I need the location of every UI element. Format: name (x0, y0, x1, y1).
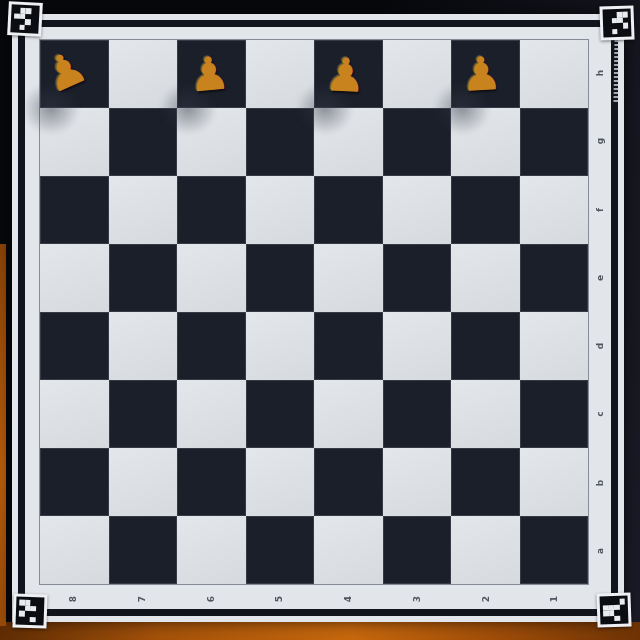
square-b6[interactable] (177, 448, 246, 516)
white-pawn[interactable]: ♟ (445, 38, 517, 109)
square-f8[interactable] (40, 176, 109, 244)
square-c5[interactable] (246, 380, 315, 448)
square-e5[interactable] (246, 244, 315, 312)
square-h7[interactable] (109, 40, 178, 108)
square-h2[interactable]: ♟ (451, 40, 520, 108)
square-c2[interactable] (451, 380, 520, 448)
square-a2[interactable] (451, 516, 520, 584)
square-f5[interactable] (246, 176, 315, 244)
square-b2[interactable] (451, 448, 520, 516)
square-h8[interactable]: ♟ (40, 40, 109, 108)
square-f6[interactable] (177, 176, 246, 244)
file-label-h: h (595, 70, 605, 76)
aruco-pixel (623, 28, 629, 34)
square-e6[interactable] (177, 244, 246, 312)
file-label-b: b (595, 479, 605, 485)
square-d7[interactable] (109, 312, 178, 380)
square-d2[interactable] (451, 312, 520, 380)
square-g1[interactable] (520, 108, 589, 176)
square-f4[interactable] (314, 176, 383, 244)
mat-black-border: ♟♟♟♟ hgfedcba 87654321 (18, 20, 618, 616)
square-d8[interactable] (40, 312, 109, 380)
aruco-marker-top-right (599, 5, 634, 40)
rank-labels: 87654321 (39, 591, 589, 607)
square-d6[interactable] (177, 312, 246, 380)
rank-label-5: 5 (275, 596, 285, 602)
square-a3[interactable] (383, 516, 452, 584)
square-d5[interactable] (246, 312, 315, 380)
square-h5[interactable] (246, 40, 315, 108)
square-d4[interactable] (314, 312, 383, 380)
file-label-f: f (595, 208, 605, 212)
square-e2[interactable] (451, 244, 520, 312)
square-c4[interactable] (314, 380, 383, 448)
square-c3[interactable] (383, 380, 452, 448)
square-c8[interactable] (40, 380, 109, 448)
table-surface-bottom (0, 622, 640, 640)
square-f3[interactable] (383, 176, 452, 244)
square-c6[interactable] (177, 380, 246, 448)
square-f7[interactable] (109, 176, 178, 244)
photo-background: { "game": "chess", "scene": "Overhead ca… (0, 0, 640, 640)
rank-label-4: 4 (343, 596, 353, 602)
rank-label-8: 8 (68, 596, 78, 602)
file-label-e: e (595, 275, 605, 281)
square-g7[interactable] (109, 108, 178, 176)
square-a8[interactable] (40, 516, 109, 584)
rank-label-2: 2 (481, 596, 491, 602)
square-c1[interactable] (520, 380, 589, 448)
square-h1[interactable] (520, 40, 589, 108)
rank-label-3: 3 (412, 596, 422, 602)
table-surface-left (0, 244, 6, 626)
square-a1[interactable] (520, 516, 589, 584)
square-g5[interactable] (246, 108, 315, 176)
square-b3[interactable] (383, 448, 452, 516)
file-label-c: c (595, 412, 605, 417)
square-a5[interactable] (246, 516, 315, 584)
square-e4[interactable] (314, 244, 383, 312)
aruco-pixel (35, 617, 41, 623)
square-h6[interactable]: ♟ (177, 40, 246, 108)
square-d3[interactable] (383, 312, 452, 380)
square-b5[interactable] (246, 448, 315, 516)
square-a6[interactable] (177, 516, 246, 584)
vinyl-chess-mat: ♟♟♟♟ hgfedcba 87654321 (12, 14, 624, 622)
square-h3[interactable] (383, 40, 452, 108)
rank-label-6: 6 (206, 596, 216, 602)
aruco-marker-bottom-left (12, 593, 47, 628)
white-pawn[interactable]: ♟ (309, 39, 381, 110)
square-g3[interactable] (383, 108, 452, 176)
square-f2[interactable] (451, 176, 520, 244)
board-grid: ♟♟♟♟ (39, 39, 589, 585)
square-g2[interactable] (451, 108, 520, 176)
square-d1[interactable] (520, 312, 589, 380)
file-label-a: a (595, 548, 605, 554)
aruco-pixel (30, 25, 36, 31)
file-labels: hgfedcba (592, 39, 608, 585)
file-label-g: g (595, 138, 605, 144)
square-f1[interactable] (520, 176, 589, 244)
square-e7[interactable] (109, 244, 178, 312)
square-c7[interactable] (109, 380, 178, 448)
square-b7[interactable] (109, 448, 178, 516)
aruco-marker-top-left (7, 1, 43, 37)
square-b1[interactable] (520, 448, 589, 516)
square-e3[interactable] (383, 244, 452, 312)
square-b8[interactable] (40, 448, 109, 516)
square-e1[interactable] (520, 244, 589, 312)
aruco-marker-bottom-right (596, 592, 631, 627)
square-a4[interactable] (314, 516, 383, 584)
aruco-pixel (620, 615, 626, 621)
file-label-d: d (595, 343, 605, 349)
square-e8[interactable] (40, 244, 109, 312)
white-pawn[interactable]: ♟ (172, 37, 246, 111)
rank-label-7: 7 (137, 596, 147, 602)
square-b4[interactable] (314, 448, 383, 516)
white-pawn[interactable]: ♟ (20, 26, 110, 116)
square-g4[interactable] (314, 108, 383, 176)
square-g6[interactable] (177, 108, 246, 176)
square-a7[interactable] (109, 516, 178, 584)
mat-coordinate-margin: ♟♟♟♟ hgfedcba 87654321 (25, 27, 611, 609)
rank-label-1: 1 (550, 596, 560, 602)
square-h4[interactable]: ♟ (314, 40, 383, 108)
square-g8[interactable] (40, 108, 109, 176)
